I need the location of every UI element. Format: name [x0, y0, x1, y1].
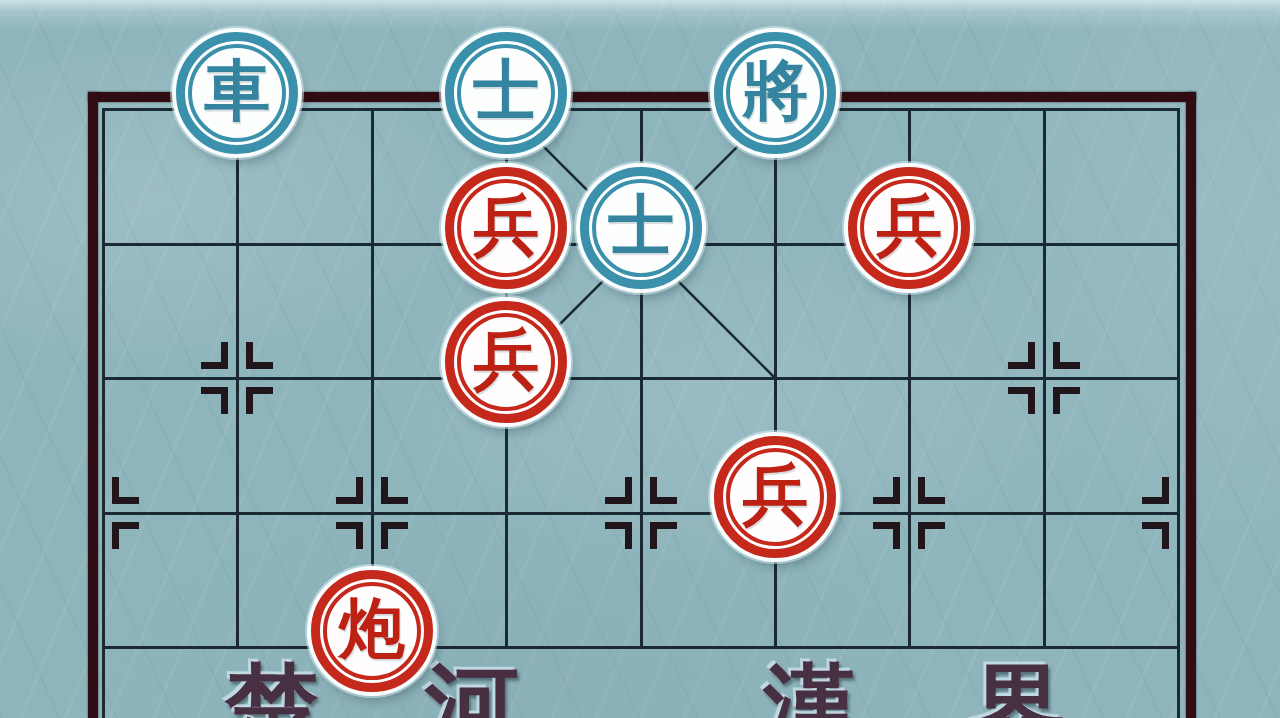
piece-glyph: 兵 [473, 193, 539, 259]
piece-glyph: 炮 [339, 596, 405, 662]
piece-blue-advisor[interactable]: 士 [445, 32, 567, 154]
piece-glyph: 車 [204, 58, 270, 124]
piece-ring: 兵 [726, 448, 824, 546]
piece-glyph: 兵 [473, 327, 539, 393]
piece-ring: 士 [457, 44, 555, 142]
piece-ring: 兵 [457, 313, 555, 411]
piece-blue-advisor[interactable]: 士 [580, 167, 702, 289]
piece-ring: 兵 [860, 179, 958, 277]
xiangqi-board: 楚河漢界 車士將兵士兵兵兵炮 [0, 0, 1280, 718]
piece-glyph: 士 [473, 58, 539, 124]
piece-glyph: 將 [742, 58, 808, 124]
piece-ring: 車 [188, 44, 286, 142]
piece-red-soldier[interactable]: 兵 [445, 301, 567, 423]
piece-blue-chariot[interactable]: 車 [176, 32, 298, 154]
piece-ring: 炮 [323, 582, 421, 680]
piece-red-soldier[interactable]: 兵 [848, 167, 970, 289]
piece-ring: 將 [726, 44, 824, 142]
piece-glyph: 士 [608, 193, 674, 259]
piece-blue-general[interactable]: 將 [714, 32, 836, 154]
piece-glyph: 兵 [742, 462, 808, 528]
piece-glyph: 兵 [876, 193, 942, 259]
piece-red-soldier[interactable]: 兵 [445, 167, 567, 289]
piece-ring: 士 [592, 179, 690, 277]
pieces: 車士將兵士兵兵兵炮 [0, 0, 1280, 718]
piece-ring: 兵 [457, 179, 555, 277]
piece-red-cannon[interactable]: 炮 [311, 570, 433, 692]
piece-red-soldier[interactable]: 兵 [714, 436, 836, 558]
